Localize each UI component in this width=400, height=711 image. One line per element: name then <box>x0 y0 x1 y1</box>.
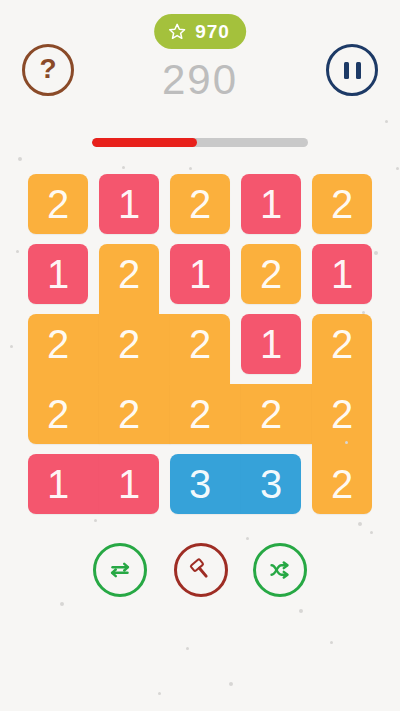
tile-value: 2 <box>28 384 88 444</box>
tile-r4c1[interactable]: 2 <box>28 384 99 444</box>
tile-r2c4[interactable]: 2 <box>241 244 301 304</box>
speck-dot <box>358 522 362 526</box>
speck-dot <box>362 311 365 314</box>
speck-dot <box>186 647 189 650</box>
tile-r1c5[interactable]: 2 <box>312 174 372 234</box>
tile-r2c3[interactable]: 1 <box>170 244 230 304</box>
tile-value: 3 <box>170 454 230 514</box>
swap-arrows-icon <box>105 555 135 585</box>
speck-dot <box>94 519 97 522</box>
tile-value: 2 <box>241 244 301 304</box>
tile-value: 2 <box>312 314 372 374</box>
tile-r1c4[interactable]: 1 <box>241 174 301 234</box>
tile-r3c1[interactable]: 2 <box>28 314 99 384</box>
hammer-icon <box>186 555 216 585</box>
tile-value: 1 <box>241 174 301 234</box>
tile-r3c3[interactable]: 2 <box>170 314 230 384</box>
tile-r4c4[interactable]: 2 <box>241 384 312 444</box>
tile-value: 1 <box>170 244 230 304</box>
speck-dot <box>385 120 388 123</box>
speck-dot <box>246 537 249 540</box>
tile-r4c3[interactable]: 2 <box>170 384 241 444</box>
tile-value: 1 <box>28 244 88 304</box>
speck-dot <box>189 167 192 170</box>
tile-value: 2 <box>312 454 372 514</box>
tile-r4c2[interactable]: 2 <box>99 384 170 444</box>
speck-dot <box>16 250 19 253</box>
speck-dot <box>370 531 373 534</box>
tile-value: 2 <box>99 244 159 304</box>
speck-dot <box>122 166 125 169</box>
tile-r4c5[interactable]: 2 <box>312 384 372 454</box>
tile-r5c3[interactable]: 3 <box>170 454 241 514</box>
shuffle-icon <box>265 555 295 585</box>
tile-r1c2[interactable]: 1 <box>99 174 159 234</box>
shuffle-button[interactable] <box>253 543 307 597</box>
tile-r5c2[interactable]: 1 <box>99 454 159 514</box>
tile-r1c1[interactable]: 2 <box>28 174 88 234</box>
speck-dot <box>345 441 348 444</box>
tile-value: 1 <box>99 174 159 234</box>
tile-value: 2 <box>312 384 372 444</box>
tile-value: 2 <box>312 174 372 234</box>
tile-value: 2 <box>28 174 88 234</box>
speck-dot <box>10 345 13 348</box>
tile-value: 3 <box>241 454 301 514</box>
tile-r5c4[interactable]: 3 <box>241 454 301 514</box>
tile-r3c2[interactable]: 2 <box>99 314 170 384</box>
tile-r2c5[interactable]: 1 <box>312 244 372 304</box>
tile-r3c5[interactable]: 2 <box>312 314 372 384</box>
speck-dot <box>396 167 399 170</box>
swap-button[interactable] <box>93 543 147 597</box>
tile-r2c2[interactable]: 2 <box>99 244 159 314</box>
speck-dot <box>299 609 303 613</box>
tile-r5c1[interactable]: 1 <box>28 454 99 514</box>
tile-value: 2 <box>170 384 230 444</box>
speck-dot <box>60 602 64 606</box>
speck-dot <box>18 157 22 161</box>
tile-value: 2 <box>99 314 159 374</box>
tile-value: 2 <box>241 384 301 444</box>
tile-value: 2 <box>170 314 230 374</box>
tile-value: 2 <box>99 384 159 444</box>
tile-r5c5[interactable]: 2 <box>312 454 372 514</box>
tile-value: 1 <box>99 454 159 514</box>
tile-value: 1 <box>241 314 301 374</box>
game-screen: ? 970 290 2121212121222122222211332 <box>0 0 400 711</box>
speck-dot <box>158 692 161 695</box>
speck-dot <box>330 641 333 644</box>
tile-r3c4[interactable]: 1 <box>241 314 301 374</box>
tile-value: 2 <box>28 314 88 374</box>
speck-dot <box>374 251 378 255</box>
hammer-button[interactable] <box>174 543 228 597</box>
tile-r1c3[interactable]: 2 <box>170 174 230 234</box>
speck-dot <box>229 682 233 686</box>
tile-r2c1[interactable]: 1 <box>28 244 88 304</box>
tile-value: 1 <box>312 244 372 304</box>
tile-value: 2 <box>170 174 230 234</box>
tile-value: 1 <box>28 454 88 514</box>
